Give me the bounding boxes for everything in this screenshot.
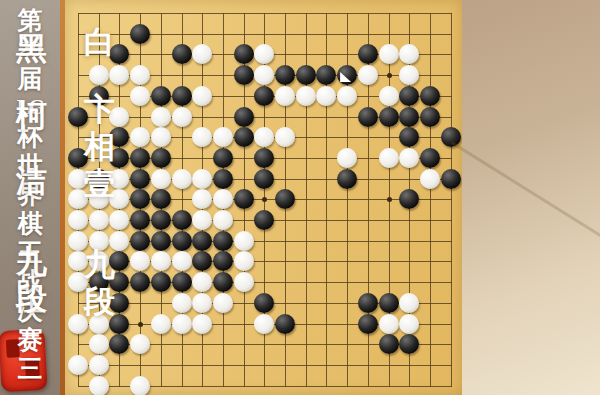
black-stone [399, 86, 419, 106]
white-stone [192, 293, 212, 313]
black-stone [151, 148, 171, 168]
black-stone [234, 189, 254, 209]
caption-char: 柯 [16, 97, 47, 134]
white-stone [130, 251, 150, 271]
black-stone [130, 231, 150, 251]
white-stone [130, 65, 150, 85]
white-stone [379, 148, 399, 168]
black-stone [172, 231, 192, 251]
white-stone [68, 355, 88, 375]
black-stone [337, 65, 357, 85]
white-stone [254, 65, 274, 85]
white-stone [130, 86, 150, 106]
white-stone [379, 314, 399, 334]
event-title-char: 赛 [18, 325, 43, 354]
black-stone [254, 169, 274, 189]
caption-char: 壹 [84, 165, 115, 202]
black-stone [213, 251, 233, 271]
white-stone [151, 169, 171, 189]
black-stone [420, 107, 440, 127]
black-stone [234, 65, 254, 85]
right-caption-panel [462, 0, 600, 395]
white-stone [130, 334, 150, 354]
background-goban-line [451, 141, 600, 281]
white-stone [254, 314, 274, 334]
white-stone [420, 169, 440, 189]
white-stone [192, 86, 212, 106]
white-stone [234, 231, 254, 251]
black-stone [130, 148, 150, 168]
black-stone [172, 210, 192, 230]
white-stone [172, 107, 192, 127]
black-stone [130, 169, 150, 189]
player-rank: 九段 [16, 243, 47, 317]
black-stone [234, 44, 254, 64]
black-stone [130, 272, 150, 292]
player-color: 白 [84, 24, 115, 61]
white-stone [192, 272, 212, 292]
white-stone [89, 334, 109, 354]
white-stone [172, 251, 192, 271]
caption-char: 洁 [16, 162, 47, 199]
black-stone [399, 127, 419, 147]
white-player-caption: 白卞相壹九段 [84, 24, 115, 320]
caption-char: 黑 [16, 30, 47, 67]
white-stone [234, 272, 254, 292]
caption-char: 段 [16, 280, 47, 317]
white-stone [172, 293, 192, 313]
white-stone [151, 127, 171, 147]
go-board [65, 0, 462, 395]
star-point [262, 197, 267, 202]
star-point [138, 322, 143, 327]
player-name: 柯洁 [16, 97, 47, 199]
black-stone [130, 24, 150, 44]
white-stone [151, 107, 171, 127]
black-stone [213, 272, 233, 292]
player-name: 卞相壹 [84, 91, 115, 202]
black-stone [420, 86, 440, 106]
black-stone [254, 86, 274, 106]
white-stone [399, 293, 419, 313]
white-stone [399, 65, 419, 85]
black-stone [254, 210, 274, 230]
white-stone [151, 251, 171, 271]
white-stone [254, 44, 274, 64]
white-stone [172, 169, 192, 189]
star-point [387, 197, 392, 202]
black-stone [358, 44, 378, 64]
last-move-triangle-marker [340, 72, 351, 82]
white-stone [192, 314, 212, 334]
white-stone [192, 210, 212, 230]
white-stone [192, 169, 212, 189]
black-stone [379, 293, 399, 313]
grid-line-vertical [430, 13, 431, 387]
white-stone [316, 86, 336, 106]
black-stone [358, 107, 378, 127]
black-stone [234, 107, 254, 127]
player-rank: 九段 [84, 246, 115, 320]
black-stone [441, 169, 461, 189]
black-stone [151, 189, 171, 209]
black-stone [399, 189, 419, 209]
white-stone [89, 376, 109, 395]
black-stone [151, 210, 171, 230]
white-stone [399, 314, 419, 334]
star-point [387, 73, 392, 78]
black-stone [358, 314, 378, 334]
black-player-caption: 黑柯洁九段 [16, 30, 47, 317]
black-stone [275, 314, 295, 334]
black-stone [275, 65, 295, 85]
black-stone [358, 293, 378, 313]
black-stone [172, 272, 192, 292]
black-stone [316, 65, 336, 85]
white-stone [337, 86, 357, 106]
white-stone [337, 148, 357, 168]
black-stone [213, 148, 233, 168]
caption-char: 段 [84, 283, 115, 320]
black-stone [213, 231, 233, 251]
black-stone [151, 231, 171, 251]
caption-char: 卞 [84, 91, 115, 128]
black-stone [420, 148, 440, 168]
black-stone [399, 334, 419, 354]
white-stone [358, 65, 378, 85]
black-stone [192, 251, 212, 271]
white-stone [379, 86, 399, 106]
black-stone [337, 169, 357, 189]
white-stone [213, 210, 233, 230]
black-stone [379, 334, 399, 354]
white-stone [379, 44, 399, 64]
black-stone [254, 148, 274, 168]
white-stone [192, 127, 212, 147]
black-stone [379, 107, 399, 127]
black-stone [130, 210, 150, 230]
black-stone [192, 231, 212, 251]
black-stone [172, 86, 192, 106]
black-stone [213, 169, 233, 189]
white-stone [254, 127, 274, 147]
caption-char: 九 [16, 243, 47, 280]
black-stone [151, 272, 171, 292]
player-color: 黑 [16, 30, 47, 67]
black-stone [151, 86, 171, 106]
black-stone [172, 44, 192, 64]
white-stone [275, 127, 295, 147]
white-stone [399, 148, 419, 168]
event-title-char: 三 [18, 354, 43, 383]
white-stone [213, 189, 233, 209]
grid-line-vertical [451, 13, 452, 387]
black-stone [130, 189, 150, 209]
white-stone [234, 251, 254, 271]
white-stone [89, 355, 109, 375]
white-stone [296, 86, 316, 106]
black-stone [234, 127, 254, 147]
white-stone [151, 314, 171, 334]
white-stone [130, 376, 150, 395]
caption-char: 相 [84, 128, 115, 165]
black-stone [296, 65, 316, 85]
white-stone [192, 44, 212, 64]
black-stone [109, 334, 129, 354]
grid-line-horizontal [78, 365, 452, 366]
black-stone [399, 107, 419, 127]
white-stone [192, 189, 212, 209]
caption-char: 白 [84, 24, 115, 61]
black-stone [254, 293, 274, 313]
white-stone [275, 86, 295, 106]
white-stone [172, 314, 192, 334]
black-stone [275, 189, 295, 209]
white-stone [130, 127, 150, 147]
white-stone [399, 44, 419, 64]
caption-char: 九 [84, 246, 115, 283]
white-stone [213, 127, 233, 147]
white-stone [213, 293, 233, 313]
broadcast-screenshot: { "game": "go", "header": { "event_title… [0, 0, 600, 395]
